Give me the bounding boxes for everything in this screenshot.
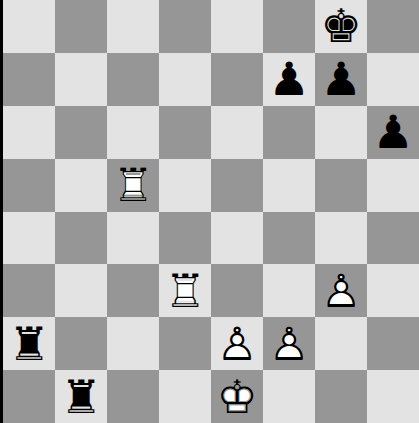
square-g7[interactable]: ♟ <box>315 53 367 106</box>
square-e8[interactable] <box>211 0 263 53</box>
square-g6[interactable] <box>315 106 367 159</box>
square-d1[interactable] <box>159 370 211 423</box>
white-rook-d3: ♜♖ <box>159 264 211 317</box>
piece-outline: ♙ <box>315 264 367 317</box>
square-e1[interactable]: ♚♔ <box>211 370 263 423</box>
white-king-e1: ♚♔ <box>211 370 263 423</box>
square-c6[interactable] <box>107 106 159 159</box>
piece-outline: ♙ <box>211 317 263 370</box>
square-h1[interactable] <box>367 370 419 423</box>
square-b7[interactable] <box>55 53 107 106</box>
piece-outline: ♙ <box>263 317 315 370</box>
square-a6[interactable] <box>3 106 55 159</box>
square-b8[interactable] <box>55 0 107 53</box>
square-a3[interactable] <box>3 264 55 317</box>
square-h3[interactable] <box>367 264 419 317</box>
square-b5[interactable] <box>55 159 107 212</box>
square-c7[interactable] <box>107 53 159 106</box>
square-f4[interactable] <box>263 212 315 265</box>
square-d6[interactable] <box>159 106 211 159</box>
square-g8[interactable]: ♚ <box>315 0 367 53</box>
square-c4[interactable] <box>107 212 159 265</box>
square-c8[interactable] <box>107 0 159 53</box>
square-a4[interactable] <box>3 212 55 265</box>
chess-board: ♚♟♟♟♜♖♜♖♟♙♜♟♙♟♙♜♚♔ <box>3 0 419 423</box>
square-e7[interactable] <box>211 53 263 106</box>
square-h2[interactable] <box>367 317 419 370</box>
piece-glyph: ♚ <box>315 0 367 53</box>
black-pawn-f7: ♟ <box>263 53 315 106</box>
square-f2[interactable]: ♟♙ <box>263 317 315 370</box>
square-a5[interactable] <box>3 159 55 212</box>
square-b6[interactable] <box>55 106 107 159</box>
black-pawn-h6: ♟ <box>367 106 419 159</box>
square-h5[interactable] <box>367 159 419 212</box>
square-c2[interactable] <box>107 317 159 370</box>
square-b4[interactable] <box>55 212 107 265</box>
square-g2[interactable] <box>315 317 367 370</box>
square-d2[interactable] <box>159 317 211 370</box>
square-c5[interactable]: ♜♖ <box>107 159 159 212</box>
square-f8[interactable] <box>263 0 315 53</box>
white-pawn-f2: ♟♙ <box>263 317 315 370</box>
square-d8[interactable] <box>159 0 211 53</box>
square-d5[interactable] <box>159 159 211 212</box>
square-f1[interactable] <box>263 370 315 423</box>
black-rook-b1: ♜ <box>55 370 107 423</box>
square-f3[interactable] <box>263 264 315 317</box>
piece-glyph: ♜ <box>55 370 107 423</box>
square-e2[interactable]: ♟♙ <box>211 317 263 370</box>
square-e5[interactable] <box>211 159 263 212</box>
black-rook-a2: ♜ <box>3 317 55 370</box>
piece-glyph: ♟ <box>367 106 419 159</box>
piece-outline: ♔ <box>211 370 263 423</box>
square-h8[interactable] <box>367 0 419 53</box>
square-h4[interactable] <box>367 212 419 265</box>
piece-outline: ♖ <box>159 264 211 317</box>
piece-glyph: ♜ <box>3 317 55 370</box>
square-d7[interactable] <box>159 53 211 106</box>
square-c1[interactable] <box>107 370 159 423</box>
square-f7[interactable]: ♟ <box>263 53 315 106</box>
square-d4[interactable] <box>159 212 211 265</box>
square-g4[interactable] <box>315 212 367 265</box>
black-king-g8: ♚ <box>315 0 367 53</box>
square-e4[interactable] <box>211 212 263 265</box>
square-f6[interactable] <box>263 106 315 159</box>
square-a2[interactable]: ♜ <box>3 317 55 370</box>
square-e3[interactable] <box>211 264 263 317</box>
square-f5[interactable] <box>263 159 315 212</box>
square-e6[interactable] <box>211 106 263 159</box>
square-h6[interactable]: ♟ <box>367 106 419 159</box>
square-a1[interactable] <box>3 370 55 423</box>
piece-glyph: ♟ <box>263 53 315 106</box>
chess-board-window: ♚♟♟♟♜♖♜♖♟♙♜♟♙♟♙♜♚♔ <box>0 0 419 423</box>
square-b1[interactable]: ♜ <box>55 370 107 423</box>
square-g5[interactable] <box>315 159 367 212</box>
white-rook-c5: ♜♖ <box>107 159 159 212</box>
square-a8[interactable] <box>3 0 55 53</box>
piece-outline: ♖ <box>107 159 159 212</box>
black-pawn-g7: ♟ <box>315 53 367 106</box>
square-h7[interactable] <box>367 53 419 106</box>
white-pawn-g3: ♟♙ <box>315 264 367 317</box>
square-a7[interactable] <box>3 53 55 106</box>
square-g3[interactable]: ♟♙ <box>315 264 367 317</box>
square-b3[interactable] <box>55 264 107 317</box>
square-b2[interactable] <box>55 317 107 370</box>
square-d3[interactable]: ♜♖ <box>159 264 211 317</box>
square-c3[interactable] <box>107 264 159 317</box>
white-pawn-e2: ♟♙ <box>211 317 263 370</box>
square-g1[interactable] <box>315 370 367 423</box>
piece-glyph: ♟ <box>315 53 367 106</box>
